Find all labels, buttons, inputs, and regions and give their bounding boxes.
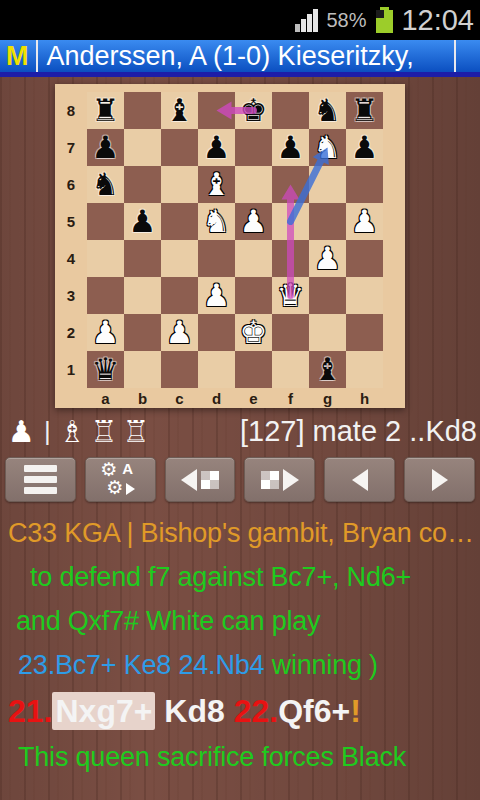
signal-strength-icon — [295, 8, 318, 32]
black-material-piece-icon: ♖ — [91, 414, 118, 449]
square-a6[interactable]: ♞ — [87, 166, 124, 203]
square-b2[interactable] — [124, 314, 161, 351]
piece-black-pawn[interactable]: ♟ — [92, 132, 120, 163]
square-d8[interactable] — [198, 92, 235, 129]
annotation-text: and Qxf7# White can play — [16, 606, 320, 636]
square-d4[interactable] — [198, 240, 235, 277]
current-move-highlight[interactable]: Nxg7+ — [52, 692, 155, 730]
piece-black-pawn[interactable]: ♟ — [351, 132, 379, 163]
black-material-icons: ♗♖♖ — [59, 414, 155, 449]
annotation-text[interactable]: Kd8 — [155, 693, 233, 729]
square-a3[interactable] — [87, 277, 124, 314]
square-c5[interactable] — [161, 203, 198, 240]
square-b5[interactable]: ♟ — [124, 203, 161, 240]
piece-white-pawn[interactable]: ♟ — [166, 317, 194, 348]
rank-label-6: 6 — [55, 166, 87, 203]
square-e8[interactable]: ♚ — [235, 92, 272, 129]
piece-white-pawn[interactable]: ♟ — [92, 317, 120, 348]
annotation-panel: C33 KGA | Bishop's gambit, Bryan co…to d… — [0, 504, 480, 779]
square-g5[interactable] — [309, 203, 346, 240]
file-label-a: a — [87, 388, 124, 408]
chess-board: 87654321 ♜♝♚♞♜♟♟♟♞♟♞♝♟♞♟♟♟♟♛♟♟♚♛♝ abcdef… — [55, 84, 405, 408]
rank-label-5: 5 — [55, 203, 87, 240]
toolbar: ⚙ A ⚙ — [0, 455, 480, 504]
square-e2[interactable]: ♚ — [235, 314, 272, 351]
square-c8[interactable]: ♝ — [161, 92, 198, 129]
piece-white-knight[interactable]: ♞ — [314, 132, 342, 163]
piece-black-pawn[interactable]: ♟ — [129, 206, 157, 237]
file-label-g: g — [309, 388, 346, 408]
rank-label-1: 1 — [55, 351, 87, 388]
piece-black-knight[interactable]: ♞ — [314, 95, 342, 126]
square-d5[interactable]: ♞ — [198, 203, 235, 240]
annotation-text: to defend f7 against Bc7+, Nd6+ — [30, 562, 411, 592]
square-h5[interactable]: ♟ — [346, 203, 383, 240]
square-a1[interactable]: ♛ — [87, 351, 124, 388]
square-f3[interactable]: ♛ — [272, 277, 309, 314]
square-b8[interactable] — [124, 92, 161, 129]
board-thumbnail-icon — [201, 471, 219, 489]
material-engine-row: ♟ | ♗♖♖ [127] mate 2 ..Kd8 Q — [0, 408, 480, 455]
square-b3[interactable] — [124, 277, 161, 314]
square-g6[interactable] — [309, 166, 346, 203]
annotation-text: This queen sacrifice forces Black — [18, 742, 406, 772]
comment-line-3: This queen sacrifice forces Black — [0, 735, 480, 779]
forward-arrow-icon — [432, 469, 448, 491]
square-d7[interactable]: ♟ — [198, 129, 235, 166]
square-e3[interactable] — [235, 277, 272, 314]
rank-label-4: 4 — [55, 240, 87, 277]
piece-white-bishop[interactable]: ♝ — [203, 169, 231, 200]
annotation-text[interactable]: Qf6+ — [278, 693, 350, 729]
piece-black-bishop[interactable]: ♝ — [166, 95, 194, 126]
square-c1[interactable] — [161, 351, 198, 388]
file-label-f: f — [272, 388, 309, 408]
piece-white-king[interactable]: ♚ — [240, 317, 268, 348]
square-d6[interactable]: ♝ — [198, 166, 235, 203]
square-d1[interactable] — [198, 351, 235, 388]
square-e4[interactable] — [235, 240, 272, 277]
piece-black-pawn[interactable]: ♟ — [203, 132, 231, 163]
piece-white-queen[interactable]: ♛ — [277, 280, 305, 311]
square-f6[interactable] — [272, 166, 309, 203]
annotation-text: C33 KGA | Bishop's gambit, Bryan co… — [8, 518, 474, 548]
square-f4[interactable] — [272, 240, 309, 277]
square-a8[interactable]: ♜ — [87, 92, 124, 129]
clock: 12:04 — [401, 4, 474, 37]
piece-black-pawn[interactable]: ♟ — [277, 132, 305, 163]
title-bar: M Anderssen, A (1-0) Kieseritzky, — [0, 40, 480, 77]
square-a7[interactable]: ♟ — [87, 129, 124, 166]
piece-white-pawn[interactable]: ♟ — [351, 206, 379, 237]
app-menu-badge[interactable]: M — [0, 41, 36, 72]
annotation-text[interactable]: 22. — [234, 693, 278, 729]
back-arrow-icon — [352, 469, 368, 491]
square-c3[interactable] — [161, 277, 198, 314]
square-g7[interactable]: ♞ — [309, 129, 346, 166]
square-c2[interactable]: ♟ — [161, 314, 198, 351]
square-e7[interactable] — [235, 129, 272, 166]
square-h1[interactable] — [346, 351, 383, 388]
file-labels: abcdefgh — [87, 388, 383, 408]
piece-black-queen[interactable]: ♛ — [92, 354, 120, 385]
piece-black-king[interactable]: ♚ — [240, 95, 268, 126]
square-h4[interactable] — [346, 240, 383, 277]
square-g3[interactable] — [309, 277, 346, 314]
annotation-text[interactable]: ! — [350, 693, 361, 729]
piece-white-pawn[interactable]: ♟ — [314, 243, 342, 274]
piece-black-knight[interactable]: ♞ — [92, 169, 120, 200]
square-h6[interactable] — [346, 166, 383, 203]
previous-game-button[interactable] — [165, 457, 236, 502]
board-thumbnail-icon — [261, 471, 279, 489]
square-f5[interactable] — [272, 203, 309, 240]
battery-percent: 58% — [326, 9, 366, 32]
square-a2[interactable]: ♟ — [87, 314, 124, 351]
board-squares: ♜♝♚♞♜♟♟♟♞♟♞♝♟♞♟♟♟♟♛♟♟♚♛♝ — [87, 92, 383, 388]
square-g2[interactable] — [309, 314, 346, 351]
square-d3[interactable]: ♟ — [198, 277, 235, 314]
square-e6[interactable] — [235, 166, 272, 203]
back-move-button[interactable] — [324, 457, 395, 502]
file-label-e: e — [235, 388, 272, 408]
moves-line[interactable]: 21.Nxg7+ Kd8 22.Qf6+! — [0, 687, 480, 735]
forward-move-button[interactable] — [404, 457, 475, 502]
engine-analysis-button[interactable]: ⚙ A ⚙ — [85, 457, 156, 502]
piece-white-pawn[interactable]: ♟ — [203, 280, 231, 311]
square-f2[interactable] — [272, 314, 309, 351]
piece-black-rook[interactable]: ♜ — [92, 95, 120, 126]
square-h3[interactable] — [346, 277, 383, 314]
annotation-text[interactable]: 23.Bc7+ Ke8 24.Nb4 — [18, 650, 264, 680]
square-f7[interactable]: ♟ — [272, 129, 309, 166]
square-f8[interactable] — [272, 92, 309, 129]
square-h8[interactable]: ♜ — [346, 92, 383, 129]
status-bar: 58% 12:04 — [0, 0, 480, 40]
rank-label-8: 8 — [55, 92, 87, 129]
engine-gears-icon: ⚙ A ⚙ — [98, 460, 142, 500]
black-material-piece-icon: ♗ — [59, 414, 86, 449]
game-title: Anderssen, A (1-0) Kieseritzky, — [38, 41, 414, 72]
comment-line-1: to defend f7 against Bc7+, Nd6+ — [0, 555, 480, 599]
square-c7[interactable] — [161, 129, 198, 166]
square-b7[interactable] — [124, 129, 161, 166]
engine-eval-text[interactable]: [127] mate 2 ..Kd8 Q — [240, 415, 480, 448]
hamburger-icon — [24, 465, 57, 494]
piece-white-pawn[interactable]: ♟ — [240, 206, 268, 237]
square-d2[interactable] — [198, 314, 235, 351]
white-material-pawn-icon: ♟ — [8, 414, 35, 449]
annotation-text[interactable]: winning ) — [264, 650, 378, 680]
next-game-button[interactable] — [244, 457, 315, 502]
square-a5[interactable] — [87, 203, 124, 240]
file-label-d: d — [198, 388, 235, 408]
opening-line: C33 KGA | Bishop's gambit, Bryan co… — [0, 511, 480, 555]
battery-icon — [376, 7, 393, 33]
square-a4[interactable] — [87, 240, 124, 277]
square-g4[interactable]: ♟ — [309, 240, 346, 277]
file-label-c: c — [161, 388, 198, 408]
menu-button[interactable] — [5, 457, 76, 502]
rank-label-7: 7 — [55, 129, 87, 166]
annotation-text[interactable]: 21. — [8, 693, 52, 729]
title-divider-right — [454, 40, 456, 75]
variation-line[interactable]: 23.Bc7+ Ke8 24.Nb4 winning ) — [0, 643, 480, 687]
square-e5[interactable]: ♟ — [235, 203, 272, 240]
square-c4[interactable] — [161, 240, 198, 277]
piece-black-rook[interactable]: ♜ — [351, 95, 379, 126]
square-b6[interactable] — [124, 166, 161, 203]
rank-label-2: 2 — [55, 314, 87, 351]
rank-label-3: 3 — [55, 277, 87, 314]
square-g1[interactable]: ♝ — [309, 351, 346, 388]
square-g8[interactable]: ♞ — [309, 92, 346, 129]
material-separator: | — [44, 416, 51, 447]
next-arrow-icon — [283, 469, 299, 491]
previous-arrow-icon — [181, 469, 197, 491]
square-f1[interactable] — [272, 351, 309, 388]
piece-black-bishop[interactable]: ♝ — [314, 354, 342, 385]
file-label-h: h — [346, 388, 383, 408]
square-b4[interactable] — [124, 240, 161, 277]
square-b1[interactable] — [124, 351, 161, 388]
square-e1[interactable] — [235, 351, 272, 388]
square-c6[interactable] — [161, 166, 198, 203]
square-h7[interactable]: ♟ — [346, 129, 383, 166]
rank-labels: 87654321 — [55, 92, 87, 388]
black-material-piece-icon: ♖ — [122, 414, 149, 449]
file-label-b: b — [124, 388, 161, 408]
piece-white-knight[interactable]: ♞ — [203, 206, 231, 237]
comment-line-2: and Qxf7# White can play — [0, 599, 480, 643]
square-h2[interactable] — [346, 314, 383, 351]
